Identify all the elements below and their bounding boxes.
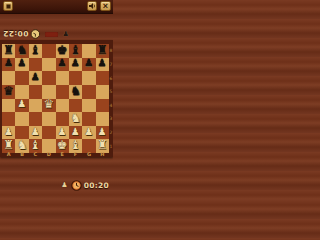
black-clock-group: 00:22 bbox=[3, 29, 40, 39]
white-pawn: ♟ bbox=[31, 127, 40, 137]
square-h4[interactable] bbox=[96, 99, 109, 113]
square-b7[interactable]: ♟ bbox=[15, 58, 28, 72]
square-b3[interactable] bbox=[15, 112, 28, 126]
square-d7[interactable] bbox=[42, 58, 55, 72]
square-c6[interactable]: ♟ bbox=[29, 71, 42, 85]
square-f2[interactable]: ♟ bbox=[69, 126, 82, 140]
square-h6[interactable] bbox=[96, 71, 109, 85]
square-f8[interactable]: ♝ bbox=[69, 44, 82, 58]
square-f4[interactable] bbox=[69, 99, 82, 113]
square-g8[interactable] bbox=[82, 44, 95, 58]
white-pawn: ♟ bbox=[84, 127, 93, 137]
white-queen: ♛ bbox=[43, 98, 54, 110]
square-g6[interactable] bbox=[82, 71, 95, 85]
square-e8[interactable]: ♚ bbox=[56, 44, 69, 58]
square-f7[interactable]: ♟ bbox=[69, 58, 82, 72]
rank-label-2: 2 bbox=[109, 126, 113, 140]
white-pawn: ♟ bbox=[98, 127, 107, 137]
black-pawn: ♟ bbox=[71, 58, 80, 68]
square-d5[interactable] bbox=[42, 85, 55, 99]
rank-label-5: 5 bbox=[109, 85, 113, 99]
square-f6[interactable] bbox=[69, 71, 82, 85]
chess-board: ♜♞♝♚♝♜♟♟♟♟♟♟♟♛♞♟♛♞♟♟♟♟♟♟♜♞♝♚♝♜ ABCDEFGH … bbox=[0, 40, 113, 157]
file-label-b: B bbox=[15, 151, 28, 157]
square-g3[interactable] bbox=[82, 112, 95, 126]
board-grid: ♜♞♝♚♝♜♟♟♟♟♟♟♟♛♞♟♛♞♟♟♟♟♟♟♜♞♝♚♝♜ bbox=[2, 44, 109, 153]
white-rook: ♜ bbox=[97, 139, 108, 151]
white-bishop: ♝ bbox=[30, 139, 41, 151]
black-player-strip: 00:22 ♟ bbox=[3, 28, 69, 40]
black-pawn: ♟ bbox=[84, 58, 93, 68]
square-c5[interactable] bbox=[29, 85, 42, 99]
rank-labels: 87654321 bbox=[109, 44, 113, 153]
white-knight: ♞ bbox=[70, 112, 81, 124]
square-d4[interactable]: ♛ bbox=[42, 99, 55, 113]
top-bar: × bbox=[0, 0, 113, 14]
rank-label-6: 6 bbox=[109, 71, 113, 85]
square-h5[interactable] bbox=[96, 85, 109, 99]
black-rook: ♜ bbox=[97, 44, 108, 56]
file-label-f: F bbox=[69, 151, 82, 157]
menu-icon bbox=[6, 4, 11, 9]
black-captured-tray bbox=[45, 32, 58, 37]
white-king: ♚ bbox=[57, 139, 68, 151]
black-queen: ♛ bbox=[3, 85, 14, 97]
file-label-d: D bbox=[42, 151, 55, 157]
black-pawn: ♟ bbox=[4, 58, 13, 68]
white-pawn: ♟ bbox=[71, 127, 80, 137]
square-b8[interactable]: ♞ bbox=[15, 44, 28, 58]
square-a7[interactable]: ♟ bbox=[2, 58, 15, 72]
white-rook: ♜ bbox=[3, 139, 14, 151]
square-e2[interactable]: ♟ bbox=[56, 126, 69, 140]
square-g5[interactable] bbox=[82, 85, 95, 99]
square-g7[interactable]: ♟ bbox=[82, 58, 95, 72]
white-knight: ♞ bbox=[17, 139, 28, 151]
black-timer: 00:22 bbox=[3, 30, 28, 39]
white-pawn: ♟ bbox=[18, 99, 27, 109]
file-label-a: A bbox=[2, 151, 15, 157]
square-b6[interactable] bbox=[15, 71, 28, 85]
square-g4[interactable] bbox=[82, 99, 95, 113]
square-d3[interactable] bbox=[42, 112, 55, 126]
rank-label-7: 7 bbox=[109, 58, 113, 72]
rank-label-1: 1 bbox=[109, 139, 113, 153]
square-a8[interactable]: ♜ bbox=[2, 44, 15, 58]
square-h8[interactable]: ♜ bbox=[96, 44, 109, 58]
square-c8[interactable]: ♝ bbox=[29, 44, 42, 58]
white-clock-icon bbox=[71, 180, 82, 191]
square-b5[interactable] bbox=[15, 85, 28, 99]
square-d6[interactable] bbox=[42, 71, 55, 85]
square-f3[interactable]: ♞ bbox=[69, 112, 82, 126]
rank-label-3: 3 bbox=[109, 112, 113, 126]
file-label-c: C bbox=[29, 151, 42, 157]
black-clock-icon bbox=[30, 29, 40, 39]
square-c3[interactable] bbox=[29, 112, 42, 126]
file-label-h: H bbox=[96, 151, 109, 157]
square-e7[interactable]: ♟ bbox=[56, 58, 69, 72]
square-h7[interactable]: ♟ bbox=[96, 58, 109, 72]
square-a6[interactable] bbox=[2, 71, 15, 85]
square-c2[interactable]: ♟ bbox=[29, 126, 42, 140]
square-a5[interactable]: ♛ bbox=[2, 85, 15, 99]
speaker-icon bbox=[88, 2, 96, 10]
black-bishop: ♝ bbox=[70, 44, 81, 56]
square-e3[interactable] bbox=[56, 112, 69, 126]
black-pawn: ♟ bbox=[58, 58, 67, 68]
black-king: ♚ bbox=[57, 44, 68, 56]
menu-button[interactable] bbox=[3, 1, 13, 11]
white-player-strip: ♟ 00:20 bbox=[59, 179, 109, 191]
square-b2[interactable] bbox=[15, 126, 28, 140]
black-bishop: ♝ bbox=[30, 44, 41, 56]
sound-button[interactable] bbox=[87, 1, 97, 11]
white-captured-piece-icon: ♟ bbox=[61, 182, 67, 189]
square-b4[interactable]: ♟ bbox=[15, 99, 28, 113]
white-pawn: ♟ bbox=[4, 127, 13, 137]
black-captured-piece-icon: ♟ bbox=[62, 31, 68, 38]
black-rook: ♜ bbox=[3, 44, 14, 56]
rank-label-4: 4 bbox=[109, 99, 113, 113]
file-label-e: E bbox=[56, 151, 69, 157]
black-knight: ♞ bbox=[17, 44, 28, 56]
white-pawn: ♟ bbox=[58, 127, 67, 137]
black-knight: ♞ bbox=[70, 85, 81, 97]
square-e4[interactable] bbox=[56, 99, 69, 113]
square-d2[interactable] bbox=[42, 126, 55, 140]
square-c4[interactable] bbox=[29, 99, 42, 113]
square-a4[interactable] bbox=[2, 99, 15, 113]
square-a3[interactable] bbox=[2, 112, 15, 126]
square-f5[interactable]: ♞ bbox=[69, 85, 82, 99]
black-pawn: ♟ bbox=[31, 72, 40, 82]
white-timer: 00:20 bbox=[84, 181, 109, 190]
square-e5[interactable] bbox=[56, 85, 69, 99]
square-e6[interactable] bbox=[56, 71, 69, 85]
rank-label-8: 8 bbox=[109, 44, 113, 58]
square-h3[interactable] bbox=[96, 112, 109, 126]
square-h2[interactable]: ♟ bbox=[96, 126, 109, 140]
square-d8[interactable] bbox=[42, 44, 55, 58]
black-pawn: ♟ bbox=[18, 58, 27, 68]
square-c7[interactable] bbox=[29, 58, 42, 72]
close-icon: × bbox=[103, 2, 108, 11]
square-g2[interactable]: ♟ bbox=[82, 126, 95, 140]
file-labels: ABCDEFGH bbox=[2, 151, 109, 157]
close-button[interactable]: × bbox=[100, 1, 111, 11]
black-pawn: ♟ bbox=[98, 58, 107, 68]
square-a2[interactable]: ♟ bbox=[2, 126, 15, 140]
white-bishop: ♝ bbox=[70, 139, 81, 151]
file-label-g: G bbox=[82, 151, 95, 157]
